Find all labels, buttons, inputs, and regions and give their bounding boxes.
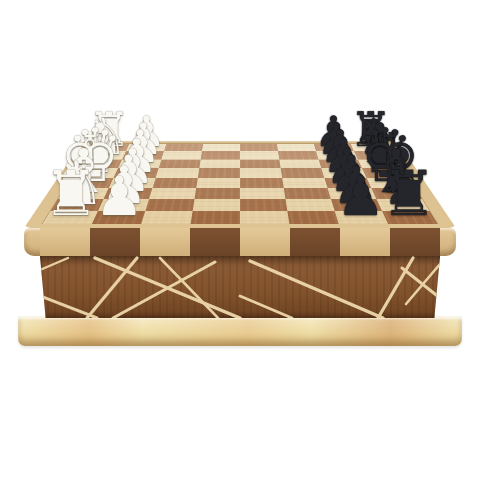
square-c3[interactable]: [159, 160, 201, 169]
square-g3[interactable]: [145, 199, 194, 211]
black-pawn-h7[interactable]: ♟: [336, 171, 385, 225]
slab-segment: [240, 228, 290, 256]
white-rook-h1[interactable]: ♜: [43, 164, 98, 226]
base-plinth: [18, 316, 462, 346]
slab-segment: [190, 228, 240, 256]
square-b5[interactable]: [240, 151, 279, 159]
square-a4[interactable]: [202, 144, 240, 152]
square-g5[interactable]: [240, 199, 287, 211]
square-f4[interactable]: [195, 188, 240, 199]
square-c4[interactable]: [199, 160, 240, 169]
square-h5[interactable]: [240, 211, 289, 224]
square-b6[interactable]: [278, 151, 319, 159]
slab-segment: [390, 228, 440, 256]
square-f3[interactable]: [149, 188, 196, 199]
square-e5[interactable]: [240, 178, 284, 188]
slab-segment: [140, 228, 190, 256]
slab-segment: [290, 228, 340, 256]
square-c6[interactable]: [279, 160, 321, 169]
square-h4[interactable]: [191, 211, 240, 224]
square-d4[interactable]: [198, 168, 240, 177]
slab-segment: [40, 228, 90, 256]
square-e4[interactable]: [196, 178, 240, 188]
square-f6[interactable]: [284, 188, 331, 199]
square-g6[interactable]: [285, 199, 334, 211]
board-edge-slab: [24, 228, 456, 256]
square-g4[interactable]: [193, 199, 240, 211]
square-d6[interactable]: [281, 168, 325, 177]
slab-segment: [90, 228, 140, 256]
white-pawn-h2[interactable]: ♟: [95, 171, 144, 225]
square-d5[interactable]: [240, 168, 282, 177]
square-h6[interactable]: [287, 211, 338, 224]
inlay-lines-decoration: [40, 256, 440, 318]
slab-checker-strip: [40, 228, 440, 256]
slab-segment: [340, 228, 390, 256]
square-b3[interactable]: [161, 151, 202, 159]
square-e3[interactable]: [152, 178, 197, 188]
square-a5[interactable]: [240, 144, 278, 152]
square-h3[interactable]: [141, 211, 192, 224]
square-c5[interactable]: [240, 160, 281, 169]
square-a6[interactable]: [277, 144, 316, 152]
square-f5[interactable]: [240, 188, 285, 199]
chess-set-photo: ♜♟♟♜♞♟♟♞♝♟♟♝♛♟♟♛♚♟♟♚♝♟♟♝♞♟♟♞♜♟♟♜: [0, 0, 480, 480]
black-rook-h8[interactable]: ♜: [381, 164, 436, 226]
square-a3[interactable]: [164, 144, 203, 152]
storage-box: [40, 256, 440, 318]
square-b4[interactable]: [201, 151, 240, 159]
square-e6[interactable]: [282, 178, 327, 188]
square-d3[interactable]: [156, 168, 200, 177]
